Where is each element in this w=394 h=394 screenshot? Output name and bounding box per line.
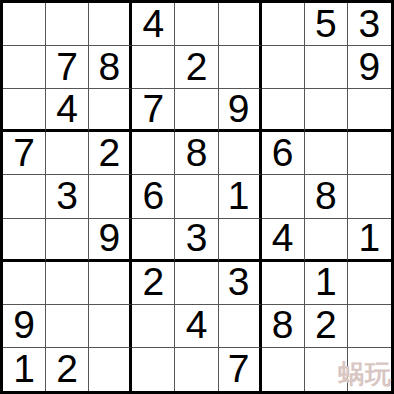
cell-r1c5[interactable] xyxy=(175,3,218,46)
cell-r5c6[interactable]: 1 xyxy=(219,175,262,218)
cell-r4c9[interactable] xyxy=(348,132,391,175)
given-digit: 6 xyxy=(272,133,294,172)
cell-r6c2[interactable] xyxy=(46,219,89,262)
cell-r7c7[interactable] xyxy=(262,262,305,305)
given-digit: 4 xyxy=(272,218,294,257)
given-digit: 1 xyxy=(315,262,337,301)
given-digit: 2 xyxy=(56,349,78,388)
given-digit: 3 xyxy=(359,4,381,43)
given-digit: 3 xyxy=(228,262,250,301)
cell-r9c4[interactable] xyxy=(132,348,175,391)
cell-r3c3[interactable] xyxy=(89,89,132,132)
cell-r6c3[interactable]: 9 xyxy=(89,219,132,262)
cell-r5c7[interactable] xyxy=(262,175,305,218)
cell-r4c7[interactable]: 6 xyxy=(262,132,305,175)
given-digit: 9 xyxy=(228,89,250,128)
cell-r8c7[interactable]: 8 xyxy=(262,305,305,348)
cell-r7c5[interactable] xyxy=(175,262,218,305)
cell-r6c5[interactable]: 3 xyxy=(175,219,218,262)
cell-r4c6[interactable] xyxy=(219,132,262,175)
cell-r6c7[interactable]: 4 xyxy=(262,219,305,262)
cell-r5c5[interactable] xyxy=(175,175,218,218)
cell-r4c2[interactable] xyxy=(46,132,89,175)
cell-r1c2[interactable] xyxy=(46,3,89,46)
cell-r3c5[interactable] xyxy=(175,89,218,132)
cell-r1c1[interactable] xyxy=(3,3,46,46)
cell-r3c2[interactable]: 4 xyxy=(46,89,89,132)
given-digit: 2 xyxy=(98,133,120,172)
cell-r7c1[interactable] xyxy=(3,262,46,305)
cell-r2c7[interactable] xyxy=(262,46,305,89)
given-digit: 9 xyxy=(359,47,381,86)
given-digit: 7 xyxy=(228,349,250,388)
cell-r8c5[interactable]: 4 xyxy=(175,305,218,348)
cell-r3c1[interactable] xyxy=(3,89,46,132)
cell-r5c3[interactable] xyxy=(89,175,132,218)
cell-r2c3[interactable]: 8 xyxy=(89,46,132,89)
cell-r4c8[interactable] xyxy=(305,132,348,175)
cell-r4c3[interactable]: 2 xyxy=(89,132,132,175)
given-digit: 2 xyxy=(186,47,208,86)
cell-r1c4[interactable]: 4 xyxy=(132,3,175,46)
given-digit: 2 xyxy=(143,262,165,301)
sudoku-board: 45378294797286361893412319482127 蜗玩 xyxy=(0,0,394,394)
cell-r6c4[interactable] xyxy=(132,219,175,262)
given-digit: 2 xyxy=(315,305,337,344)
cell-r6c1[interactable] xyxy=(3,219,46,262)
cell-r7c9[interactable] xyxy=(348,262,391,305)
cell-r7c8[interactable]: 1 xyxy=(305,262,348,305)
cell-r7c3[interactable] xyxy=(89,262,132,305)
cell-r9c8[interactable] xyxy=(305,348,348,391)
given-digit: 9 xyxy=(98,218,120,257)
cell-r7c2[interactable] xyxy=(46,262,89,305)
given-digit: 9 xyxy=(13,305,35,344)
cell-r2c6[interactable] xyxy=(219,46,262,89)
given-digit: 8 xyxy=(98,47,120,86)
given-digit: 8 xyxy=(315,176,337,215)
given-digit: 7 xyxy=(56,47,78,86)
sudoku-grid: 45378294797286361893412319482127 xyxy=(0,0,394,394)
cell-r9c6[interactable]: 7 xyxy=(219,348,262,391)
given-digit: 8 xyxy=(186,133,208,172)
given-digit: 3 xyxy=(186,218,208,257)
cell-r9c2[interactable]: 2 xyxy=(46,348,89,391)
cell-r8c1[interactable]: 9 xyxy=(3,305,46,348)
cell-r1c3[interactable] xyxy=(89,3,132,46)
given-digit: 7 xyxy=(143,89,165,128)
cell-r9c9[interactable] xyxy=(348,348,391,391)
given-digit: 4 xyxy=(56,89,78,128)
cell-r5c1[interactable] xyxy=(3,175,46,218)
cell-r3c6[interactable]: 9 xyxy=(219,89,262,132)
cell-r1c9[interactable]: 3 xyxy=(348,3,391,46)
given-digit: 6 xyxy=(143,176,165,215)
cell-r7c4[interactable]: 2 xyxy=(132,262,175,305)
cell-r8c2[interactable] xyxy=(46,305,89,348)
cell-r1c6[interactable] xyxy=(219,3,262,46)
cell-r9c7[interactable] xyxy=(262,348,305,391)
cell-r2c8[interactable] xyxy=(305,46,348,89)
cell-r8c6[interactable] xyxy=(219,305,262,348)
given-digit: 3 xyxy=(56,176,78,215)
cell-r3c7[interactable] xyxy=(262,89,305,132)
cell-r8c3[interactable] xyxy=(89,305,132,348)
cell-r5c4[interactable]: 6 xyxy=(132,175,175,218)
cell-r7c6[interactable]: 3 xyxy=(219,262,262,305)
cell-r9c3[interactable] xyxy=(89,348,132,391)
given-digit: 1 xyxy=(359,218,381,257)
cell-r1c7[interactable] xyxy=(262,3,305,46)
cell-r5c2[interactable]: 3 xyxy=(46,175,89,218)
cell-r4c5[interactable]: 8 xyxy=(175,132,218,175)
cell-r2c2[interactable]: 7 xyxy=(46,46,89,89)
cell-r3c4[interactable]: 7 xyxy=(132,89,175,132)
given-digit: 4 xyxy=(143,4,165,43)
given-digit: 4 xyxy=(186,305,208,344)
cell-r5c8[interactable]: 8 xyxy=(305,175,348,218)
cell-r3c8[interactable] xyxy=(305,89,348,132)
cell-r9c5[interactable] xyxy=(175,348,218,391)
cell-r1c8[interactable]: 5 xyxy=(305,3,348,46)
cell-r8c4[interactable] xyxy=(132,305,175,348)
given-digit: 1 xyxy=(13,349,35,388)
cell-r8c9[interactable] xyxy=(348,305,391,348)
given-digit: 8 xyxy=(272,305,294,344)
cell-r8c8[interactable]: 2 xyxy=(305,305,348,348)
cell-r2c1[interactable] xyxy=(3,46,46,89)
cell-r5c9[interactable] xyxy=(348,175,391,218)
cell-r6c9[interactable]: 1 xyxy=(348,219,391,262)
cell-r2c9[interactable]: 9 xyxy=(348,46,391,89)
given-digit: 1 xyxy=(228,176,250,215)
cell-r4c4[interactable] xyxy=(132,132,175,175)
given-digit: 7 xyxy=(13,133,35,172)
cell-r3c9[interactable] xyxy=(348,89,391,132)
cell-r6c8[interactable] xyxy=(305,219,348,262)
given-digit: 5 xyxy=(315,4,337,43)
cell-r2c5[interactable]: 2 xyxy=(175,46,218,89)
cell-r2c4[interactable] xyxy=(132,46,175,89)
cell-r4c1[interactable]: 7 xyxy=(3,132,46,175)
cell-r9c1[interactable]: 1 xyxy=(3,348,46,391)
cell-r6c6[interactable] xyxy=(219,219,262,262)
